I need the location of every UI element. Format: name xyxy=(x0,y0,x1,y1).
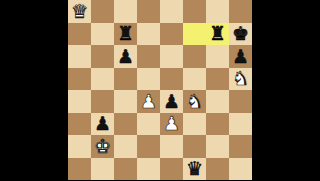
square-a6[interactable] xyxy=(68,45,91,68)
piece-white-king-b2: ♚ xyxy=(94,136,111,155)
square-d7[interactable] xyxy=(137,23,160,46)
square-e3[interactable]: ♟ xyxy=(160,113,183,136)
square-c6[interactable]: ♟ xyxy=(114,45,137,68)
square-d2[interactable] xyxy=(137,135,160,158)
square-g7[interactable]: ♜ xyxy=(206,23,229,46)
square-b2[interactable]: ♚ xyxy=(91,135,114,158)
square-d8[interactable] xyxy=(137,0,160,23)
square-f8[interactable] xyxy=(183,0,206,23)
square-b6[interactable] xyxy=(91,45,114,68)
square-a7[interactable] xyxy=(68,23,91,46)
square-g8[interactable] xyxy=(206,0,229,23)
square-c3[interactable] xyxy=(114,113,137,136)
piece-white-knight-h5: ♞ xyxy=(232,69,249,88)
square-b3[interactable]: ♟ xyxy=(91,113,114,136)
square-h4[interactable] xyxy=(229,90,252,113)
piece-white-knight-f4: ♞ xyxy=(186,91,203,110)
square-e1[interactable] xyxy=(160,158,183,181)
square-a1[interactable] xyxy=(68,158,91,181)
square-f2[interactable] xyxy=(183,135,206,158)
piece-white-queen-a8: ♛ xyxy=(71,1,88,20)
square-f7[interactable] xyxy=(183,23,206,46)
square-h5[interactable]: ♞ xyxy=(229,68,252,91)
piece-black-queen-f1: ♛ xyxy=(186,159,203,178)
square-b1[interactable] xyxy=(91,158,114,181)
square-f6[interactable] xyxy=(183,45,206,68)
square-h7[interactable]: ♚ xyxy=(229,23,252,46)
square-a5[interactable] xyxy=(68,68,91,91)
square-g1[interactable] xyxy=(206,158,229,181)
square-g3[interactable] xyxy=(206,113,229,136)
square-d5[interactable] xyxy=(137,68,160,91)
square-f4[interactable]: ♞ xyxy=(183,90,206,113)
square-f3[interactable] xyxy=(183,113,206,136)
square-a2[interactable] xyxy=(68,135,91,158)
square-c7[interactable]: ♜ xyxy=(114,23,137,46)
square-h1[interactable] xyxy=(229,158,252,181)
piece-black-king-h7: ♚ xyxy=(232,24,249,43)
square-h8[interactable] xyxy=(229,0,252,23)
piece-black-pawn-h6: ♟ xyxy=(232,46,249,65)
square-e4[interactable]: ♟ xyxy=(160,90,183,113)
square-c8[interactable] xyxy=(114,0,137,23)
square-c5[interactable] xyxy=(114,68,137,91)
piece-black-rook-g7: ♜ xyxy=(209,24,226,43)
square-a3[interactable] xyxy=(68,113,91,136)
square-h2[interactable] xyxy=(229,135,252,158)
piece-white-pawn-d4: ♟ xyxy=(140,91,157,110)
square-b5[interactable] xyxy=(91,68,114,91)
square-g4[interactable] xyxy=(206,90,229,113)
square-c4[interactable] xyxy=(114,90,137,113)
square-d6[interactable] xyxy=(137,45,160,68)
square-h6[interactable]: ♟ xyxy=(229,45,252,68)
square-g6[interactable] xyxy=(206,45,229,68)
square-f5[interactable] xyxy=(183,68,206,91)
square-b4[interactable] xyxy=(91,90,114,113)
chess-board: ♛♜♜♚♟♟♞♟♟♞♟♟♚♛ xyxy=(68,0,252,180)
square-a8[interactable]: ♛ xyxy=(68,0,91,23)
piece-white-pawn-e3: ♟ xyxy=(163,114,180,133)
square-d4[interactable]: ♟ xyxy=(137,90,160,113)
square-d3[interactable] xyxy=(137,113,160,136)
square-g2[interactable] xyxy=(206,135,229,158)
square-f1[interactable]: ♛ xyxy=(183,158,206,181)
square-h3[interactable] xyxy=(229,113,252,136)
square-g5[interactable] xyxy=(206,68,229,91)
piece-black-pawn-e4: ♟ xyxy=(163,91,180,110)
square-d1[interactable] xyxy=(137,158,160,181)
square-e2[interactable] xyxy=(160,135,183,158)
square-e8[interactable] xyxy=(160,0,183,23)
square-c2[interactable] xyxy=(114,135,137,158)
piece-black-pawn-c6: ♟ xyxy=(117,46,134,65)
square-e5[interactable] xyxy=(160,68,183,91)
piece-black-rook-c7: ♜ xyxy=(117,24,134,43)
square-a4[interactable] xyxy=(68,90,91,113)
square-c1[interactable] xyxy=(114,158,137,181)
square-b7[interactable] xyxy=(91,23,114,46)
square-b8[interactable] xyxy=(91,0,114,23)
video-frame: ♛♜♜♚♟♟♞♟♟♞♟♟♚♛ xyxy=(0,0,320,180)
square-e6[interactable] xyxy=(160,45,183,68)
square-e7[interactable] xyxy=(160,23,183,46)
piece-black-pawn-b3: ♟ xyxy=(94,114,111,133)
